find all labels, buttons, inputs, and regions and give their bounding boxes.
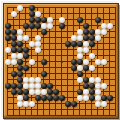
- black-stone[interactable]: [29, 23, 35, 29]
- white-stone[interactable]: [35, 89, 41, 95]
- black-stone[interactable]: [65, 41, 71, 47]
- white-stone[interactable]: [17, 95, 23, 101]
- black-stone[interactable]: [89, 41, 95, 47]
- white-stone[interactable]: [35, 35, 41, 41]
- white-stone[interactable]: [77, 35, 83, 41]
- black-stone[interactable]: [17, 41, 23, 47]
- white-stone[interactable]: [41, 89, 47, 95]
- white-stone[interactable]: [95, 59, 101, 65]
- black-stone[interactable]: [11, 71, 17, 77]
- white-stone[interactable]: [83, 59, 89, 65]
- black-stone[interactable]: [83, 29, 89, 35]
- white-stone[interactable]: [89, 77, 95, 83]
- black-stone[interactable]: [53, 89, 59, 95]
- black-stone[interactable]: [17, 71, 23, 77]
- white-stone[interactable]: [23, 35, 29, 41]
- black-stone[interactable]: [35, 17, 41, 23]
- black-stone[interactable]: [17, 83, 23, 89]
- black-stone[interactable]: [41, 71, 47, 77]
- white-stone[interactable]: [23, 77, 29, 83]
- black-stone[interactable]: [17, 89, 23, 95]
- white-stone[interactable]: [83, 89, 89, 95]
- white-stone[interactable]: [29, 41, 35, 47]
- black-stone[interactable]: [11, 47, 17, 53]
- go-board[interactable]: [3, 3, 119, 119]
- black-stone[interactable]: [23, 95, 29, 101]
- white-stone[interactable]: [29, 83, 35, 89]
- white-stone[interactable]: [77, 47, 83, 53]
- black-stone[interactable]: [89, 95, 95, 101]
- white-stone[interactable]: [83, 47, 89, 53]
- white-stone[interactable]: [35, 47, 41, 53]
- black-stone[interactable]: [71, 65, 77, 71]
- white-stone[interactable]: [29, 77, 35, 83]
- white-stone[interactable]: [95, 95, 101, 101]
- white-stone[interactable]: [17, 29, 23, 35]
- star-point: [25, 61, 27, 63]
- white-stone[interactable]: [101, 59, 107, 65]
- black-stone[interactable]: [101, 95, 107, 101]
- black-stone[interactable]: [17, 65, 23, 71]
- black-stone[interactable]: [5, 83, 11, 89]
- white-stone[interactable]: [77, 53, 83, 59]
- white-stone[interactable]: [35, 11, 41, 17]
- black-stone[interactable]: [17, 59, 23, 65]
- black-stone[interactable]: [23, 89, 29, 95]
- black-stone[interactable]: [89, 89, 95, 95]
- black-stone[interactable]: [53, 95, 59, 101]
- white-stone[interactable]: [107, 23, 113, 29]
- black-stone[interactable]: [47, 83, 53, 89]
- white-stone[interactable]: [95, 89, 101, 95]
- black-stone[interactable]: [89, 83, 95, 89]
- black-stone[interactable]: [83, 65, 89, 71]
- black-stone[interactable]: [5, 29, 11, 35]
- black-stone[interactable]: [41, 95, 47, 101]
- white-stone[interactable]: [5, 59, 11, 65]
- black-stone[interactable]: [83, 23, 89, 29]
- black-stone[interactable]: [5, 23, 11, 29]
- white-stone[interactable]: [101, 101, 107, 107]
- black-stone[interactable]: [77, 17, 83, 23]
- white-stone[interactable]: [17, 53, 23, 59]
- black-stone[interactable]: [41, 29, 47, 35]
- white-stone[interactable]: [35, 83, 41, 89]
- black-stone[interactable]: [11, 89, 17, 95]
- white-stone[interactable]: [83, 95, 89, 101]
- black-stone[interactable]: [11, 35, 17, 41]
- black-stone[interactable]: [41, 83, 47, 89]
- white-stone[interactable]: [11, 53, 17, 59]
- white-stone[interactable]: [83, 41, 89, 47]
- black-stone[interactable]: [29, 5, 35, 11]
- black-stone[interactable]: [11, 83, 17, 89]
- white-stone[interactable]: [71, 35, 77, 41]
- black-stone[interactable]: [83, 83, 89, 89]
- black-stone[interactable]: [35, 95, 41, 101]
- white-stone[interactable]: [77, 29, 83, 35]
- white-stone[interactable]: [11, 11, 17, 17]
- black-stone[interactable]: [71, 59, 77, 65]
- white-stone[interactable]: [11, 59, 17, 65]
- black-stone[interactable]: [47, 89, 53, 95]
- white-stone[interactable]: [29, 59, 35, 65]
- white-stone[interactable]: [17, 101, 23, 107]
- black-stone[interactable]: [41, 17, 47, 23]
- white-stone[interactable]: [101, 83, 107, 89]
- black-stone[interactable]: [95, 17, 101, 23]
- white-stone[interactable]: [95, 29, 101, 35]
- white-stone[interactable]: [59, 17, 65, 23]
- black-stone[interactable]: [89, 35, 95, 41]
- white-stone[interactable]: [23, 83, 29, 89]
- black-stone[interactable]: [83, 77, 89, 83]
- black-stone[interactable]: [23, 53, 29, 59]
- black-stone[interactable]: [17, 47, 23, 53]
- white-stone[interactable]: [77, 77, 83, 83]
- go-grid[interactable]: [7, 7, 116, 116]
- black-stone[interactable]: [41, 59, 47, 65]
- white-stone[interactable]: [89, 53, 95, 59]
- black-stone[interactable]: [17, 77, 23, 83]
- black-stone[interactable]: [89, 29, 95, 35]
- white-stone[interactable]: [41, 23, 47, 29]
- white-stone[interactable]: [89, 65, 95, 71]
- board-margin: [1, 1, 117, 117]
- black-stone[interactable]: [23, 23, 29, 29]
- star-point: [61, 61, 63, 63]
- white-stone[interactable]: [47, 17, 53, 23]
- white-stone[interactable]: [35, 41, 41, 47]
- black-stone[interactable]: [77, 41, 83, 47]
- white-stone[interactable]: [17, 5, 23, 11]
- black-stone[interactable]: [83, 35, 89, 41]
- white-stone[interactable]: [95, 77, 101, 83]
- white-stone[interactable]: [101, 23, 107, 29]
- white-stone[interactable]: [17, 35, 23, 41]
- white-stone[interactable]: [95, 101, 101, 107]
- go-app-window: { "game": "go", "board": { "size": 19, "…: [0, 0, 120, 120]
- black-stone[interactable]: [11, 29, 17, 35]
- white-stone[interactable]: [95, 83, 101, 89]
- black-stone[interactable]: [65, 101, 71, 107]
- white-stone[interactable]: [35, 77, 41, 83]
- black-stone[interactable]: [77, 71, 83, 77]
- black-stone[interactable]: [35, 23, 41, 29]
- white-stone[interactable]: [47, 23, 53, 29]
- black-stone[interactable]: [77, 89, 83, 95]
- white-stone[interactable]: [5, 47, 11, 53]
- black-stone[interactable]: [71, 41, 77, 47]
- black-stone[interactable]: [59, 23, 65, 29]
- black-stone[interactable]: [59, 95, 65, 101]
- white-stone[interactable]: [77, 65, 83, 71]
- black-stone[interactable]: [47, 95, 53, 101]
- black-stone[interactable]: [71, 101, 77, 107]
- white-stone[interactable]: [23, 101, 29, 107]
- black-stone[interactable]: [23, 47, 29, 53]
- white-stone[interactable]: [101, 29, 107, 35]
- white-stone[interactable]: [77, 95, 83, 101]
- black-stone[interactable]: [77, 59, 83, 65]
- white-stone[interactable]: [95, 35, 101, 41]
- black-stone[interactable]: [11, 41, 17, 47]
- black-stone[interactable]: [29, 11, 35, 17]
- black-stone[interactable]: [107, 95, 113, 101]
- star-point: [97, 25, 99, 27]
- black-stone[interactable]: [5, 35, 11, 41]
- black-stone[interactable]: [29, 17, 35, 23]
- white-stone[interactable]: [29, 89, 35, 95]
- white-stone[interactable]: [29, 101, 35, 107]
- black-stone[interactable]: [23, 65, 29, 71]
